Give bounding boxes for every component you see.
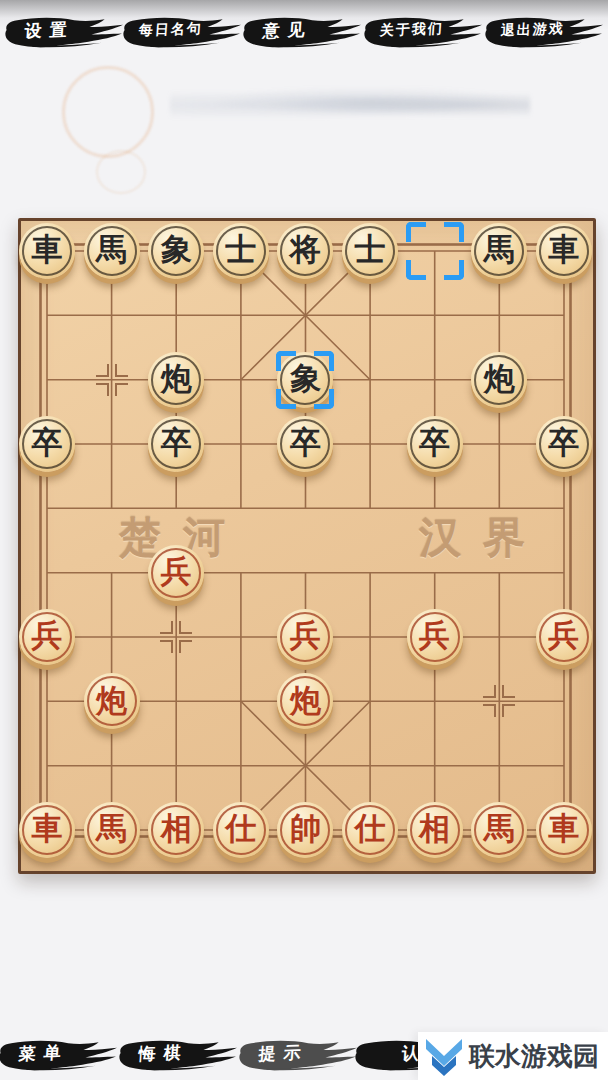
piece-glyph: 相 <box>419 813 450 844</box>
piece-black-車[interactable]: 車 <box>536 223 592 279</box>
piece-glyph: 将 <box>290 234 321 265</box>
piece-glyph: 車 <box>32 813 63 844</box>
last-move-highlight <box>406 222 464 280</box>
piece-red-車[interactable]: 車 <box>536 802 592 858</box>
undo-move-label: 悔棋 <box>127 1032 193 1075</box>
piece-black-卒[interactable]: 卒 <box>536 416 592 472</box>
exit-game-label: 退出游戏 <box>493 9 572 52</box>
piece-glyph: 馬 <box>484 813 515 844</box>
piece-glyph: 炮 <box>290 685 321 716</box>
piece-glyph: 仕 <box>225 813 256 844</box>
piece-black-卒[interactable]: 卒 <box>277 416 333 472</box>
hint-label: 提示 <box>247 1032 313 1075</box>
hint-button[interactable]: 提示 <box>236 1033 358 1079</box>
piece-black-士[interactable]: 士 <box>342 223 398 279</box>
piece-glyph: 相 <box>161 813 192 844</box>
piece-red-馬[interactable]: 馬 <box>471 802 527 858</box>
undo-move-button[interactable]: 悔棋 <box>116 1033 238 1079</box>
piece-glyph: 車 <box>548 234 579 265</box>
publisher-logo: 联水游戏园 <box>418 1032 608 1080</box>
board-grid[interactable]: 車馬象士将士馬車炮象炮卒卒卒卒卒兵兵兵兵兵炮炮車馬相仕帥仕相馬車 <box>15 219 596 862</box>
watermark-ring <box>62 66 154 158</box>
piece-red-兵[interactable]: 兵 <box>536 609 592 665</box>
piece-glyph: 兵 <box>548 620 579 651</box>
piece-black-卒[interactable]: 卒 <box>19 416 75 472</box>
piece-glyph: 炮 <box>161 363 192 394</box>
piece-glyph: 兵 <box>32 620 63 651</box>
menu-label: 菜单 <box>7 1032 73 1075</box>
piece-glyph: 卒 <box>32 427 63 458</box>
about-us-button[interactable]: 关于我们 <box>361 10 483 56</box>
daily-quote-label: 每日名句 <box>131 9 210 52</box>
piece-red-仕[interactable]: 仕 <box>342 802 398 858</box>
piece-red-兵[interactable]: 兵 <box>148 545 204 601</box>
piece-red-仕[interactable]: 仕 <box>213 802 269 858</box>
watermark-ring-small <box>96 150 146 194</box>
piece-red-馬[interactable]: 馬 <box>84 802 140 858</box>
piece-black-炮[interactable]: 炮 <box>471 352 527 408</box>
piece-red-兵[interactable]: 兵 <box>19 609 75 665</box>
piece-glyph: 兵 <box>419 620 450 651</box>
piece-glyph: 士 <box>225 234 256 265</box>
piece-black-将[interactable]: 将 <box>277 223 333 279</box>
piece-black-車[interactable]: 車 <box>19 223 75 279</box>
piece-glyph: 士 <box>354 234 385 265</box>
piece-glyph: 炮 <box>96 685 127 716</box>
piece-black-卒[interactable]: 卒 <box>407 416 463 472</box>
piece-glyph: 馬 <box>484 234 515 265</box>
piece-glyph: 馬 <box>96 813 127 844</box>
xiangqi-board[interactable]: 楚河 汉界 車馬象士将士馬車炮象炮卒卒卒卒卒兵兵兵兵兵炮炮車馬相仕帥仕相馬車 <box>18 218 596 874</box>
exit-game-button[interactable]: 退出游戏 <box>482 10 604 56</box>
last-move-highlight <box>276 351 334 409</box>
piece-red-相[interactable]: 相 <box>407 802 463 858</box>
feedback-button[interactable]: 意见 <box>240 10 362 56</box>
piece-black-卒[interactable]: 卒 <box>148 416 204 472</box>
piece-glyph: 炮 <box>484 363 515 394</box>
piece-red-車[interactable]: 車 <box>19 802 75 858</box>
piece-black-馬[interactable]: 馬 <box>84 223 140 279</box>
piece-red-兵[interactable]: 兵 <box>277 609 333 665</box>
piece-black-士[interactable]: 士 <box>213 223 269 279</box>
piece-glyph: 車 <box>32 234 63 265</box>
piece-glyph: 卒 <box>290 427 321 458</box>
watermark-smudge <box>170 88 530 122</box>
piece-glyph: 兵 <box>290 620 321 651</box>
piece-black-炮[interactable]: 炮 <box>148 352 204 408</box>
lianshui-m-icon <box>424 1035 464 1077</box>
piece-red-兵[interactable]: 兵 <box>407 609 463 665</box>
piece-red-帥[interactable]: 帥 <box>277 802 333 858</box>
piece-glyph: 卒 <box>419 427 450 458</box>
publisher-name: 联水游戏园 <box>469 1039 599 1074</box>
piece-glyph: 卒 <box>548 427 579 458</box>
menu-button[interactable]: 菜单 <box>0 1033 118 1079</box>
settings-label: 设置 <box>13 9 79 52</box>
settings-button[interactable]: 设置 <box>2 10 124 56</box>
piece-glyph: 象 <box>161 234 192 265</box>
piece-red-相[interactable]: 相 <box>148 802 204 858</box>
daily-quote-button[interactable]: 每日名句 <box>120 10 242 56</box>
piece-red-炮[interactable]: 炮 <box>277 673 333 729</box>
piece-red-炮[interactable]: 炮 <box>84 673 140 729</box>
piece-glyph: 兵 <box>161 556 192 587</box>
board-surface: 楚河 汉界 車馬象士将士馬車炮象炮卒卒卒卒卒兵兵兵兵兵炮炮車馬相仕帥仕相馬車 <box>21 221 593 871</box>
piece-black-象[interactable]: 象 <box>148 223 204 279</box>
app-screen: { "game": "xiangqi", "position": { "fen"… <box>0 0 608 1080</box>
piece-glyph: 仕 <box>354 813 385 844</box>
feedback-label: 意见 <box>251 9 317 52</box>
piece-black-馬[interactable]: 馬 <box>471 223 527 279</box>
piece-glyph: 卒 <box>161 427 192 458</box>
piece-glyph: 車 <box>548 813 579 844</box>
piece-glyph: 馬 <box>96 234 127 265</box>
about-us-label: 关于我们 <box>372 9 451 52</box>
piece-glyph: 帥 <box>290 813 321 844</box>
